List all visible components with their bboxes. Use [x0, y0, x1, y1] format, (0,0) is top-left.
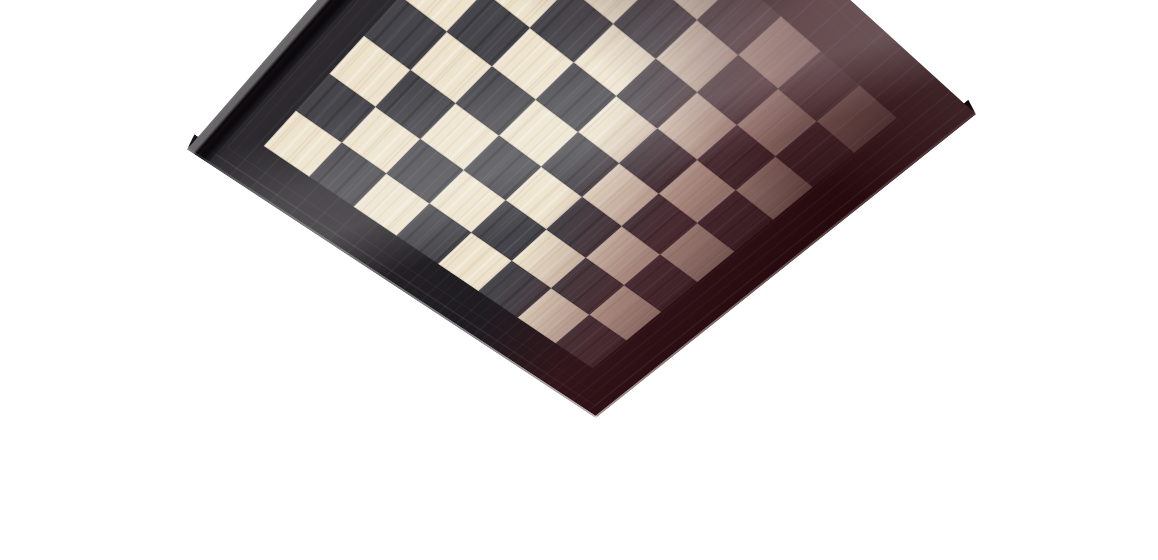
board-grid — [264, 0, 897, 368]
square-h2 — [778, 51, 859, 121]
square-f4 — [616, 59, 697, 129]
square-f5 — [574, 24, 656, 96]
square-e7 — [447, 0, 530, 66]
square-h5 — [654, 0, 739, 20]
chess-board — [187, 0, 976, 418]
product-photo-background — [0, 0, 1158, 560]
square-d6 — [455, 66, 535, 135]
square-g6 — [569, 0, 654, 24]
square-f6 — [530, 0, 613, 63]
square-d8 — [364, 0, 447, 70]
square-g3 — [697, 55, 778, 125]
square-e5 — [536, 63, 617, 132]
square-g5 — [613, 0, 697, 59]
square-c7 — [375, 70, 455, 139]
square-e6 — [492, 28, 574, 100]
square-h3 — [738, 16, 821, 89]
square-d7 — [410, 32, 491, 104]
square-c8 — [329, 36, 410, 107]
square-f7 — [484, 0, 569, 28]
square-h4 — [697, 0, 781, 55]
square-g4 — [656, 20, 738, 92]
board-top-surface — [187, 0, 976, 418]
square-e8 — [400, 0, 484, 32]
